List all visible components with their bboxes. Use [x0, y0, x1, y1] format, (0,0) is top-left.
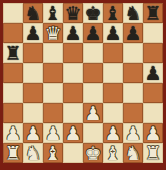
square-f4[interactable] [103, 83, 123, 103]
square-c7[interactable]: ♛ [43, 23, 63, 43]
black-king-icon: ♚ [84, 3, 101, 23]
square-b6[interactable] [23, 43, 43, 63]
square-d4[interactable] [63, 83, 83, 103]
square-d8[interactable]: ♛ [63, 3, 83, 23]
black-pawn-icon: ♟ [84, 23, 101, 43]
square-b7[interactable]: ♟ [23, 23, 43, 43]
black-pawn-icon: ♟ [144, 63, 161, 83]
square-a4[interactable] [3, 83, 23, 103]
square-e7[interactable]: ♟ [83, 23, 103, 43]
white-knight-icon: ♞ [24, 143, 41, 163]
square-h1[interactable]: ♜ [143, 143, 163, 163]
square-h5[interactable]: ♟ [143, 63, 163, 83]
square-a2[interactable]: ♟ [3, 123, 23, 143]
square-e1[interactable]: ♚ [83, 143, 103, 163]
black-bishop-icon: ♝ [104, 3, 121, 23]
black-pawn-icon: ♟ [104, 23, 121, 43]
square-b4[interactable] [23, 83, 43, 103]
white-pawn-icon: ♟ [144, 123, 161, 143]
square-h6[interactable] [143, 43, 163, 63]
white-queen-icon: ♛ [44, 23, 61, 43]
white-pawn-icon: ♟ [24, 123, 41, 143]
black-pawn-icon: ♟ [124, 23, 141, 43]
square-g1[interactable]: ♞ [123, 143, 143, 163]
white-rook-icon: ♜ [144, 143, 161, 163]
white-knight-icon: ♞ [124, 143, 141, 163]
square-d1[interactable] [63, 143, 83, 163]
square-g7[interactable]: ♟ [123, 23, 143, 43]
black-rook-icon: ♜ [4, 43, 21, 63]
white-bishop-icon: ♝ [44, 143, 61, 163]
black-queen-icon: ♛ [64, 3, 81, 23]
square-c5[interactable] [43, 63, 63, 83]
white-pawn-icon: ♟ [84, 103, 101, 123]
square-c8[interactable]: ♝ [43, 3, 63, 23]
white-pawn-icon: ♟ [124, 123, 141, 143]
square-d6[interactable] [63, 43, 83, 63]
black-pawn-icon: ♟ [64, 23, 81, 43]
square-d7[interactable]: ♟ [63, 23, 83, 43]
square-a7[interactable] [3, 23, 23, 43]
square-f8[interactable]: ♝ [103, 3, 123, 23]
black-bishop-icon: ♝ [44, 3, 61, 23]
square-c6[interactable] [43, 43, 63, 63]
square-d2[interactable]: ♟ [63, 123, 83, 143]
black-rook-icon: ♜ [144, 3, 161, 23]
square-b5[interactable] [23, 63, 43, 83]
square-f5[interactable] [103, 63, 123, 83]
square-c2[interactable]: ♟ [43, 123, 63, 143]
square-h3[interactable] [143, 103, 163, 123]
square-f6[interactable] [103, 43, 123, 63]
square-g8[interactable]: ♞ [123, 3, 143, 23]
square-a8[interactable] [3, 3, 23, 23]
square-h7[interactable] [143, 23, 163, 43]
white-pawn-icon: ♟ [104, 123, 121, 143]
white-pawn-icon: ♟ [4, 123, 21, 143]
square-f2[interactable]: ♟ [103, 123, 123, 143]
white-pawn-icon: ♟ [44, 123, 61, 143]
black-knight-icon: ♞ [24, 3, 41, 23]
square-a1[interactable]: ♜ [3, 143, 23, 163]
square-c1[interactable]: ♝ [43, 143, 63, 163]
square-c4[interactable] [43, 83, 63, 103]
white-king-icon: ♚ [84, 143, 101, 163]
white-pawn-icon: ♟ [64, 123, 81, 143]
square-g2[interactable]: ♟ [123, 123, 143, 143]
square-e3[interactable]: ♟ [83, 103, 103, 123]
square-g4[interactable] [123, 83, 143, 103]
square-b2[interactable]: ♟ [23, 123, 43, 143]
square-e8[interactable]: ♚ [83, 3, 103, 23]
black-pawn-icon: ♟ [24, 23, 41, 43]
square-h2[interactable]: ♟ [143, 123, 163, 143]
chess-screenshot: ♞♝♛♚♝♞♜♟♛♟♟♟♟♜♟♟♟♟♟♟♟♟♟♜♞♝♚♝♞♜ [0, 0, 166, 170]
square-g5[interactable] [123, 63, 143, 83]
square-e6[interactable] [83, 43, 103, 63]
square-g6[interactable] [123, 43, 143, 63]
chess-board: ♞♝♛♚♝♞♜♟♛♟♟♟♟♜♟♟♟♟♟♟♟♟♟♜♞♝♚♝♞♜ [3, 3, 163, 163]
board-frame: ♞♝♛♚♝♞♜♟♛♟♟♟♟♜♟♟♟♟♟♟♟♟♟♜♞♝♚♝♞♜ [0, 0, 166, 170]
square-e5[interactable] [83, 63, 103, 83]
square-e2[interactable] [83, 123, 103, 143]
square-c3[interactable] [43, 103, 63, 123]
black-knight-icon: ♞ [124, 3, 141, 23]
white-bishop-icon: ♝ [104, 143, 121, 163]
square-b1[interactable]: ♞ [23, 143, 43, 163]
square-f7[interactable]: ♟ [103, 23, 123, 43]
square-b3[interactable] [23, 103, 43, 123]
square-a6[interactable]: ♜ [3, 43, 23, 63]
square-d3[interactable] [63, 103, 83, 123]
square-b8[interactable]: ♞ [23, 3, 43, 23]
square-d5[interactable] [63, 63, 83, 83]
square-a5[interactable] [3, 63, 23, 83]
square-a3[interactable] [3, 103, 23, 123]
square-h8[interactable]: ♜ [143, 3, 163, 23]
white-rook-icon: ♜ [4, 143, 21, 163]
square-e4[interactable] [83, 83, 103, 103]
square-g3[interactable] [123, 103, 143, 123]
square-h4[interactable] [143, 83, 163, 103]
square-f1[interactable]: ♝ [103, 143, 123, 163]
square-f3[interactable] [103, 103, 123, 123]
